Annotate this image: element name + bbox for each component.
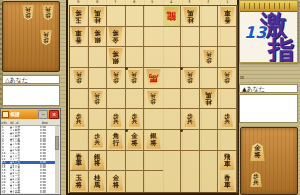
sente-player-label: ▲あなた bbox=[239, 84, 298, 93]
square-52[interactable] bbox=[144, 27, 163, 48]
square-83[interactable] bbox=[89, 47, 108, 68]
square-91[interactable]: 玉将 bbox=[70, 6, 89, 27]
shogi-piece-sente[interactable]: 金将 bbox=[250, 143, 265, 161]
shogi-piece-gote[interactable]: 歩兵 bbox=[184, 70, 196, 85]
square-79[interactable]: 金将 bbox=[107, 171, 126, 192]
square-72[interactable]: 金将 bbox=[107, 27, 126, 48]
square-45[interactable] bbox=[163, 89, 182, 110]
square-42[interactable] bbox=[163, 27, 182, 48]
square-21[interactable] bbox=[200, 6, 219, 27]
square-54[interactable]: 馬 bbox=[144, 68, 163, 89]
shogi-piece-gote[interactable]: 歩兵 bbox=[40, 30, 52, 45]
square-94[interactable]: 歩兵 bbox=[70, 68, 89, 89]
square-29[interactable] bbox=[200, 171, 219, 192]
kifu-window-title: 棋譜 bbox=[10, 110, 32, 117]
square-36[interactable]: 歩兵 bbox=[181, 109, 200, 130]
kifu-scrollbar[interactable] bbox=[55, 126, 59, 193]
square-85[interactable]: 歩兵 bbox=[89, 89, 108, 110]
shogi-piece-sente[interactable]: 銀将 bbox=[90, 151, 105, 169]
shogi-piece-gote[interactable]: 歩兵 bbox=[147, 91, 159, 106]
sente-captured-tray: 金将歩兵 bbox=[240, 127, 298, 195]
shogi-piece-sente[interactable]: 香車 bbox=[71, 151, 86, 169]
kifu-column-header: 指し手 bbox=[10, 121, 26, 124]
shogi-piece-gote[interactable]: 歩兵 bbox=[203, 50, 215, 65]
kifu-row[interactable]: 24△１四歩0:00 bbox=[2, 192, 55, 193]
shogi-piece-gote[interactable]: 桂馬 bbox=[201, 89, 216, 107]
shogi-piece-gote[interactable]: 馬 bbox=[146, 69, 161, 87]
square-84[interactable] bbox=[89, 68, 108, 89]
square-67[interactable]: 金将 bbox=[126, 130, 145, 151]
shogi-piece-sente[interactable]: 歩兵 bbox=[184, 112, 196, 127]
square-43[interactable] bbox=[163, 47, 182, 68]
square-87[interactable]: 歩兵 bbox=[89, 130, 108, 151]
square-46[interactable] bbox=[163, 109, 182, 130]
shogi-piece-gote[interactable]: 桂馬 bbox=[90, 7, 105, 25]
kifu-move-list[interactable]: 1▲７六歩0:002△３四歩0:003▲６六歩0:004△４四歩0:005▲６八… bbox=[2, 126, 55, 193]
square-11[interactable]: 香車 bbox=[218, 6, 237, 27]
kifu-column-header: 手数 bbox=[1, 121, 6, 124]
file-label: 5 bbox=[147, 0, 158, 3]
shogi-piece-gote[interactable]: 歩兵 bbox=[128, 70, 140, 85]
square-98[interactable]: 香車 bbox=[70, 151, 89, 172]
shogi-board: 987654321 玉将桂馬龍桂馬香車香車銀将金将銀将歩兵歩兵歩兵歩兵馬歩兵歩兵… bbox=[66, 0, 239, 195]
square-35[interactable] bbox=[181, 89, 200, 110]
gote-player-label: △あなた bbox=[2, 75, 60, 84]
shogi-piece-sente[interactable]: 歩兵 bbox=[110, 112, 122, 127]
shogi-piece-gote[interactable]: 歩兵 bbox=[73, 70, 85, 85]
square-19[interactable]: 香車 bbox=[218, 171, 237, 192]
square-76[interactable]: 歩兵 bbox=[107, 109, 126, 130]
square-61[interactable] bbox=[126, 6, 145, 27]
kifu-column-headers: 手数指し手時間 bbox=[1, 119, 60, 126]
square-63[interactable] bbox=[126, 47, 145, 68]
gekisashi-logo: 激 指 13 bbox=[239, 0, 298, 63]
square-62[interactable] bbox=[126, 27, 145, 48]
shogi-piece-sente[interactable]: 歩兵 bbox=[221, 112, 233, 127]
shogi-piece-sente[interactable]: 飛車 bbox=[220, 152, 235, 170]
square-86[interactable] bbox=[89, 109, 108, 130]
square-47[interactable] bbox=[163, 130, 182, 151]
square-34[interactable]: 歩兵 bbox=[181, 68, 200, 89]
square-68[interactable] bbox=[126, 151, 145, 172]
square-77[interactable]: 角行 bbox=[107, 130, 126, 151]
star-point bbox=[125, 129, 128, 132]
square-25[interactable]: 桂馬 bbox=[200, 89, 219, 110]
square-53[interactable] bbox=[144, 47, 163, 68]
square-56[interactable] bbox=[144, 109, 163, 130]
square-49[interactable] bbox=[163, 171, 182, 192]
scrollbar-thumb[interactable] bbox=[55, 136, 59, 150]
board-grid: 玉将桂馬龍桂馬香車香車銀将金将銀将歩兵歩兵歩兵歩兵馬歩兵歩兵歩兵歩兵桂馬歩兵歩兵… bbox=[69, 5, 238, 193]
square-74[interactable]: 歩兵 bbox=[107, 68, 126, 89]
square-28[interactable] bbox=[200, 151, 219, 172]
shogi-piece-gote[interactable]: 香車 bbox=[220, 7, 235, 25]
shogi-piece-gote[interactable]: 銀将 bbox=[108, 48, 123, 66]
shogi-piece-gote[interactable]: 歩兵 bbox=[221, 70, 233, 85]
square-41[interactable]: 龍 bbox=[163, 6, 182, 27]
square-18[interactable]: 飛車 bbox=[218, 151, 237, 172]
close-icon[interactable]: × bbox=[49, 110, 59, 119]
square-65[interactable] bbox=[126, 89, 145, 110]
square-92[interactable]: 香車 bbox=[70, 27, 89, 48]
shogi-piece-sente[interactable]: 歩兵 bbox=[250, 172, 262, 187]
shogi-piece-sente[interactable]: 歩兵 bbox=[73, 112, 85, 127]
square-24[interactable] bbox=[200, 68, 219, 89]
square-99[interactable]: 玉将 bbox=[70, 171, 89, 192]
square-32[interactable] bbox=[181, 27, 200, 48]
file-label: 6 bbox=[128, 0, 139, 3]
shogi-piece-gote[interactable]: 歩兵 bbox=[22, 5, 34, 20]
square-26[interactable] bbox=[200, 109, 219, 130]
file-label: 2 bbox=[203, 0, 214, 3]
shogi-piece-sente[interactable]: 金将 bbox=[127, 131, 142, 149]
rank-label: 四 bbox=[240, 71, 244, 85]
square-38[interactable] bbox=[181, 151, 200, 172]
square-33[interactable] bbox=[181, 47, 200, 68]
file-label: 8 bbox=[91, 0, 102, 3]
square-59[interactable] bbox=[144, 171, 163, 192]
square-58[interactable] bbox=[144, 151, 163, 172]
shogi-piece-sente[interactable]: 歩兵 bbox=[91, 132, 103, 147]
square-75[interactable] bbox=[107, 89, 126, 110]
square-78[interactable] bbox=[107, 151, 126, 172]
shogi-piece-gote[interactable]: 香車 bbox=[71, 27, 86, 45]
square-81[interactable]: 桂馬 bbox=[89, 6, 108, 27]
square-51[interactable] bbox=[144, 6, 163, 27]
shogi-piece-sente[interactable]: 香車 bbox=[220, 173, 235, 191]
square-17[interactable] bbox=[218, 130, 237, 151]
kifu-column-header: 時間 bbox=[42, 121, 48, 124]
square-37[interactable] bbox=[181, 130, 200, 151]
square-97[interactable] bbox=[70, 130, 89, 151]
square-13[interactable] bbox=[218, 47, 237, 68]
shogi-piece-sente[interactable]: 銀将 bbox=[146, 131, 161, 149]
file-label: 4 bbox=[166, 0, 177, 3]
square-89[interactable]: 桂馬 bbox=[89, 171, 108, 192]
square-15[interactable] bbox=[218, 89, 237, 110]
shogi-piece-sente[interactable]: 桂馬 bbox=[90, 173, 105, 191]
shogi-piece-gote[interactable]: 桂馬 bbox=[183, 7, 198, 25]
shogi-piece-gote[interactable]: 龍 bbox=[164, 7, 179, 25]
file-label: 9 bbox=[73, 0, 84, 3]
square-16[interactable]: 歩兵 bbox=[218, 109, 237, 130]
shogi-piece-sente[interactable]: 金将 bbox=[108, 173, 123, 191]
square-69[interactable] bbox=[126, 171, 145, 192]
star-point bbox=[125, 67, 128, 70]
square-73[interactable]: 銀将 bbox=[107, 47, 126, 68]
shogi-piece-gote[interactable]: 金将 bbox=[108, 27, 123, 45]
square-44[interactable] bbox=[163, 68, 182, 89]
square-12[interactable] bbox=[218, 27, 237, 48]
kifu-window: 棋譜 － × 手数指し手時間 1▲７六歩0:002△３四歩0:003▲６六歩0:… bbox=[0, 108, 61, 195]
file-label: 1 bbox=[221, 0, 232, 3]
square-31[interactable]: 桂馬 bbox=[181, 6, 200, 27]
gote-captured-tray: 歩兵歩兵歩兵 bbox=[2, 1, 60, 72]
logo-character-bottom: 指 bbox=[268, 33, 294, 63]
square-88[interactable]: 銀将 bbox=[89, 151, 108, 172]
square-14[interactable]: 歩兵 bbox=[218, 68, 237, 89]
shogi-piece-sente[interactable]: 歩兵 bbox=[128, 112, 140, 127]
shogi-piece-gote[interactable]: 銀将 bbox=[90, 27, 105, 45]
square-22[interactable] bbox=[200, 27, 219, 48]
square-64[interactable]: 歩兵 bbox=[126, 68, 145, 89]
gote-info-box bbox=[2, 85, 60, 106]
shogi-piece-gote[interactable]: 歩兵 bbox=[91, 91, 103, 106]
shogi-piece-sente[interactable]: 玉将 bbox=[71, 173, 86, 191]
logo-version-number: 13 bbox=[244, 23, 266, 42]
shogi-piece-sente[interactable]: 角行 bbox=[108, 131, 123, 149]
shogi-piece-gote[interactable]: 歩兵 bbox=[110, 70, 122, 85]
square-55[interactable]: 歩兵 bbox=[144, 89, 163, 110]
file-label: 3 bbox=[184, 0, 195, 3]
square-71[interactable] bbox=[107, 6, 126, 27]
square-95[interactable] bbox=[70, 89, 89, 110]
square-23[interactable]: 歩兵 bbox=[200, 47, 219, 68]
shogi-piece-gote[interactable]: 歩兵 bbox=[42, 5, 54, 20]
app-window: 歩兵歩兵歩兵 △あなた 棋譜 － × 手数指し手時間 1▲７六歩0:002△３四… bbox=[0, 0, 300, 195]
square-39[interactable] bbox=[181, 171, 200, 192]
sente-info-box bbox=[239, 94, 298, 123]
square-48[interactable] bbox=[163, 151, 182, 172]
square-66[interactable]: 歩兵 bbox=[126, 109, 145, 130]
kifu-window-icon bbox=[2, 111, 9, 118]
kifu-titlebar[interactable]: 棋譜 － × bbox=[1, 109, 60, 119]
file-label: 7 bbox=[110, 0, 121, 3]
square-27[interactable] bbox=[200, 130, 219, 151]
square-57[interactable]: 銀将 bbox=[144, 130, 163, 151]
square-82[interactable]: 銀将 bbox=[89, 27, 108, 48]
minimize-button[interactable]: － bbox=[38, 110, 48, 119]
shogi-piece-gote[interactable]: 玉将 bbox=[71, 7, 86, 25]
square-96[interactable]: 歩兵 bbox=[70, 109, 89, 130]
square-93[interactable] bbox=[70, 47, 89, 68]
